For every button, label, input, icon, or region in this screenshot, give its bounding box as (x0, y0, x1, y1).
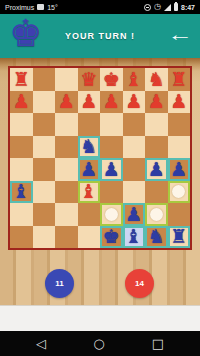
square-a8[interactable]: ♜ (10, 68, 33, 91)
temperature-label: 15° (47, 4, 58, 11)
red-count-label: 14 (135, 279, 144, 288)
move-target-dot (105, 208, 118, 221)
red-pawn-piece: ♟ (125, 91, 142, 112)
square-d8[interactable]: ♛ (78, 68, 101, 91)
square-g6[interactable] (145, 113, 168, 136)
battery-icon (174, 3, 178, 11)
blue-pawn-piece: ♟ (103, 159, 120, 180)
square-c2[interactable] (55, 203, 78, 226)
alarm-clock-icon: ◷ (154, 3, 161, 11)
blue-knight-piece: ♞ (80, 136, 97, 157)
red-king-piece: ♚ (103, 69, 120, 90)
phone-screen: Proximus 15° ◷ 8:47 ♚ YOUR TURN ! ← ♜♛♚♝… (0, 0, 200, 356)
board-frame: ♜♛♚♝♞♜♟♟♟♟♟♟♟♞♟♟♟♟♝♝♟♚♝♞♜ (8, 66, 192, 250)
blue-king-piece: ♚ (103, 226, 120, 247)
square-a6[interactable] (10, 113, 33, 136)
square-e4[interactable]: ♟ (100, 158, 123, 181)
square-c3[interactable] (55, 181, 78, 204)
square-b3[interactable] (33, 181, 56, 204)
square-e2[interactable] (100, 203, 123, 226)
red-pawn-piece: ♟ (170, 91, 187, 112)
square-c5[interactable] (55, 136, 78, 159)
square-g5[interactable] (145, 136, 168, 159)
square-e8[interactable]: ♚ (100, 68, 123, 91)
square-c6[interactable] (55, 113, 78, 136)
square-h6[interactable] (168, 113, 191, 136)
nav-home-icon[interactable]: ○ (93, 331, 104, 356)
square-b8[interactable] (33, 68, 56, 91)
blue-pawn-piece: ♟ (125, 204, 142, 225)
square-a4[interactable] (10, 158, 33, 181)
red-rook-piece: ♜ (170, 69, 187, 90)
blue-pawn-piece: ♟ (80, 159, 97, 180)
square-e6[interactable] (100, 113, 123, 136)
square-f4[interactable] (123, 158, 146, 181)
square-f1[interactable]: ♝ (123, 226, 146, 249)
square-h8[interactable]: ♜ (168, 68, 191, 91)
square-e7[interactable]: ♟ (100, 91, 123, 114)
square-b4[interactable] (33, 158, 56, 181)
blue-bishop-piece: ♝ (13, 181, 30, 202)
square-c1[interactable] (55, 226, 78, 249)
square-f8[interactable]: ♝ (123, 68, 146, 91)
square-g7[interactable]: ♟ (145, 91, 168, 114)
red-queen-piece: ♛ (80, 69, 97, 90)
square-g1[interactable]: ♞ (145, 226, 168, 249)
square-f6[interactable] (123, 113, 146, 136)
blue-count-label: 11 (55, 279, 63, 288)
red-piece-counter: 14 (125, 269, 154, 298)
ad-banner-placeholder (0, 305, 200, 331)
red-rook-piece: ♜ (13, 69, 30, 90)
square-h5[interactable] (168, 136, 191, 159)
blue-rook-piece: ♜ (170, 226, 187, 247)
square-f7[interactable]: ♟ (123, 91, 146, 114)
square-e3[interactable] (100, 181, 123, 204)
square-a1[interactable] (10, 226, 33, 249)
square-a2[interactable] (10, 203, 33, 226)
blue-knight-piece: ♞ (148, 226, 165, 247)
red-pawn-piece: ♟ (58, 91, 75, 112)
square-f5[interactable] (123, 136, 146, 159)
move-target-dot (172, 185, 185, 198)
square-h3[interactable] (168, 181, 191, 204)
square-d7[interactable]: ♟ (78, 91, 101, 114)
square-f2[interactable]: ♟ (123, 203, 146, 226)
android-nav-bar: ◁ ○ □ (0, 331, 200, 356)
square-b2[interactable] (33, 203, 56, 226)
square-c7[interactable]: ♟ (55, 91, 78, 114)
red-bishop-piece: ♝ (125, 69, 142, 90)
square-a3[interactable]: ♝ (10, 181, 33, 204)
blue-bishop-piece: ♝ (125, 226, 142, 247)
square-e5[interactable] (100, 136, 123, 159)
back-arrow-icon[interactable]: ← (167, 14, 193, 58)
square-d1[interactable] (78, 226, 101, 249)
clock-time: 8:47 (181, 4, 195, 11)
square-g2[interactable] (145, 203, 168, 226)
square-d3[interactable]: ♝ (78, 181, 101, 204)
square-d6[interactable] (78, 113, 101, 136)
blue-piece-counter: 11 (45, 269, 74, 298)
square-h1[interactable]: ♜ (168, 226, 191, 249)
square-h4[interactable]: ♟ (168, 158, 191, 181)
square-d5[interactable]: ♞ (78, 136, 101, 159)
square-g3[interactable] (145, 181, 168, 204)
red-bishop-piece: ♝ (80, 181, 97, 202)
wood-background: ♜♛♚♝♞♜♟♟♟♟♟♟♟♞♟♟♟♟♝♝♟♚♝♞♜ 11 14 (0, 58, 200, 305)
square-a7[interactable]: ♟ (10, 91, 33, 114)
square-e1[interactable]: ♚ (100, 226, 123, 249)
red-knight-piece: ♞ (148, 69, 165, 90)
square-b5[interactable] (33, 136, 56, 159)
red-pawn-piece: ♟ (103, 91, 120, 112)
square-a5[interactable] (10, 136, 33, 159)
do-not-disturb-icon (144, 4, 151, 11)
square-d2[interactable] (78, 203, 101, 226)
blue-pawn-piece: ♟ (148, 159, 165, 180)
red-pawn-piece: ♟ (80, 91, 97, 112)
square-g4[interactable]: ♟ (145, 158, 168, 181)
red-pawn-piece: ♟ (13, 91, 30, 112)
signal-icon (164, 4, 171, 11)
square-h7[interactable]: ♟ (168, 91, 191, 114)
square-f3[interactable] (123, 181, 146, 204)
nav-recents-icon[interactable]: □ (152, 331, 164, 356)
square-c4[interactable] (55, 158, 78, 181)
square-d4[interactable]: ♟ (78, 158, 101, 181)
square-g8[interactable]: ♞ (145, 68, 168, 91)
blue-pawn-piece: ♟ (170, 159, 187, 180)
nav-back-icon[interactable]: ◁ (36, 331, 46, 356)
move-target-dot (150, 208, 163, 221)
square-c8[interactable] (55, 68, 78, 91)
square-b6[interactable] (33, 113, 56, 136)
app-header: ♚ YOUR TURN ! ← (0, 14, 200, 58)
square-b7[interactable] (33, 91, 56, 114)
chess-board: ♜♛♚♝♞♜♟♟♟♟♟♟♟♞♟♟♟♟♝♝♟♚♝♞♜ (10, 68, 190, 248)
red-pawn-piece: ♟ (148, 91, 165, 112)
square-b1[interactable] (33, 226, 56, 249)
square-h2[interactable] (168, 203, 191, 226)
